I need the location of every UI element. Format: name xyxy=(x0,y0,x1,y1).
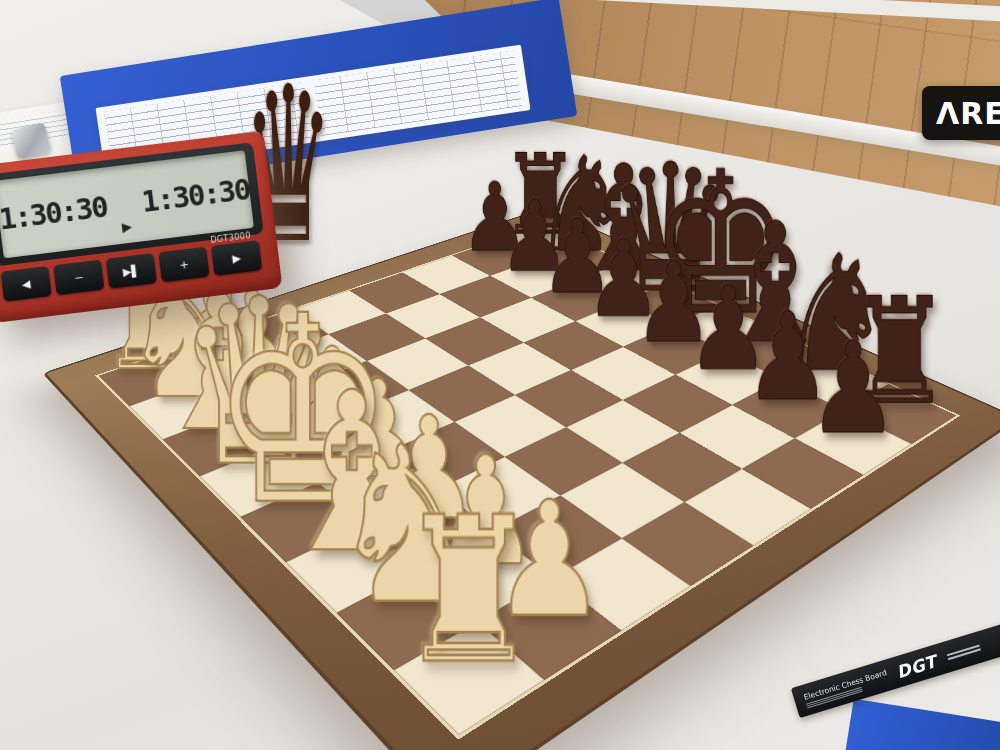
blue-folder-bottom xyxy=(844,699,1000,750)
white-rook-glyph: ♜ xyxy=(397,490,541,691)
board-grid: ♜♞♝♛♚♝♞♜♟♟♟♟♟♟♟♟♟♟♟♟♟♟♟♟♜♞♝♛♚♝♞♜ xyxy=(99,225,956,735)
dgt-edge-label: Electronic Chess Board DGT xyxy=(791,617,1000,718)
clock-lcd: 1:30:30 ▶ 1:30:30 DGT3000 xyxy=(0,150,254,258)
clock-button-play-pause: ▶▌ xyxy=(106,253,157,289)
arena-badge: ΛREN xyxy=(922,86,1000,140)
clock-button-plus: + xyxy=(158,247,209,283)
square-h7: ♟ xyxy=(795,410,912,475)
dgt-logo: DGT xyxy=(894,651,939,682)
clock-time-right: 1:30:30 xyxy=(140,172,252,219)
clock-button-forward: ▶ xyxy=(211,240,262,276)
clock-button-back: ◀ xyxy=(1,266,52,302)
clock-center: ▶ xyxy=(102,163,147,245)
black-pawn-glyph: ♟ xyxy=(807,325,898,452)
board-maple-line: ♜♞♝♛♚♝♞♜♟♟♟♟♟♟♟♟♟♟♟♟♟♟♟♟♜♞♝♛♚♝♞♜ xyxy=(95,223,960,739)
dgt-right-fineprint xyxy=(947,644,981,660)
turn-indicator: ▶ xyxy=(121,220,133,234)
broadcast-frame: ♛ ♜♞♝♛♚♝♞♜♟♟♟♟♟♟♟♟♟♟♟♟♟♟♟♟♜♞♝♛♚♝♞♜ Elect… xyxy=(0,0,1000,750)
clock-time-left: 1:30:30 xyxy=(0,190,109,237)
arena-badge-text: ΛREN xyxy=(936,96,1000,131)
clock-button-minus: − xyxy=(53,260,104,296)
square-h1: ♜ xyxy=(394,622,545,735)
